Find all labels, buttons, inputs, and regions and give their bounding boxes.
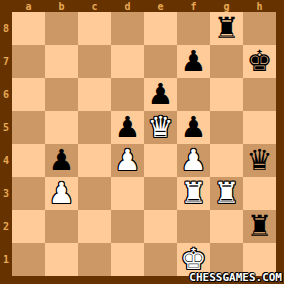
square-b8[interactable] [45,12,78,45]
black-pawn-d5[interactable]: ♟ [111,111,144,144]
square-d8[interactable] [111,12,144,45]
square-d1[interactable] [111,243,144,276]
square-g8[interactable]: ♜ [210,12,243,45]
square-h4[interactable]: ♛ [243,144,276,177]
white-pawn-f4[interactable]: ♟ [177,144,210,177]
square-c3[interactable] [78,177,111,210]
square-a1[interactable] [12,243,45,276]
square-c2[interactable] [78,210,111,243]
square-f4[interactable]: ♟ [177,144,210,177]
square-d4[interactable]: ♟ [111,144,144,177]
square-g6[interactable] [210,78,243,111]
square-b5[interactable] [45,111,78,144]
rank-label-2: 2 [0,210,12,243]
white-pawn-b3[interactable]: ♟ [45,177,78,210]
square-b2[interactable] [45,210,78,243]
chess-diagram: abcdefgh 87654321 ♜♟♚♟♟♛♟♟♟♟♛♟♜♜♜♚ CHESS… [0,0,284,284]
square-g3[interactable]: ♜ [210,177,243,210]
black-queen-h4[interactable]: ♛ [243,144,276,177]
square-e2[interactable] [144,210,177,243]
white-rook-f3[interactable]: ♜ [177,177,210,210]
square-d6[interactable] [111,78,144,111]
square-f5[interactable]: ♟ [177,111,210,144]
square-a6[interactable] [12,78,45,111]
square-g7[interactable] [210,45,243,78]
square-h3[interactable] [243,177,276,210]
chess-board: ♜♟♚♟♟♛♟♟♟♟♛♟♜♜♜♚ [12,12,276,276]
square-c1[interactable] [78,243,111,276]
square-a5[interactable] [12,111,45,144]
rank-label-1: 1 [0,243,12,276]
black-rook-g8[interactable]: ♜ [210,12,243,45]
white-queen-e5[interactable]: ♛ [144,111,177,144]
square-b1[interactable] [45,243,78,276]
square-b4[interactable]: ♟ [45,144,78,177]
white-rook-g3[interactable]: ♜ [210,177,243,210]
square-e4[interactable] [144,144,177,177]
square-a3[interactable] [12,177,45,210]
square-c4[interactable] [78,144,111,177]
square-a2[interactable] [12,210,45,243]
square-h2[interactable]: ♜ [243,210,276,243]
black-pawn-f7[interactable]: ♟ [177,45,210,78]
black-pawn-e6[interactable]: ♟ [144,78,177,111]
square-d2[interactable] [111,210,144,243]
chessgames-watermark: CHESSGAMES.COM [189,271,282,284]
square-e6[interactable]: ♟ [144,78,177,111]
square-c7[interactable] [78,45,111,78]
rank-labels: 87654321 [0,12,12,276]
square-e1[interactable] [144,243,177,276]
square-h5[interactable] [243,111,276,144]
square-h6[interactable] [243,78,276,111]
black-king-h7[interactable]: ♚ [243,45,276,78]
square-a8[interactable] [12,12,45,45]
white-pawn-d4[interactable]: ♟ [111,144,144,177]
square-g4[interactable] [210,144,243,177]
black-pawn-f5[interactable]: ♟ [177,111,210,144]
black-pawn-b4[interactable]: ♟ [45,144,78,177]
rank-label-8: 8 [0,12,12,45]
square-e3[interactable] [144,177,177,210]
square-d3[interactable] [111,177,144,210]
square-f2[interactable] [177,210,210,243]
square-d7[interactable] [111,45,144,78]
square-c5[interactable] [78,111,111,144]
square-f6[interactable] [177,78,210,111]
square-e7[interactable] [144,45,177,78]
rank-label-4: 4 [0,144,12,177]
black-rook-h2[interactable]: ♜ [243,210,276,243]
square-b6[interactable] [45,78,78,111]
square-e5[interactable]: ♛ [144,111,177,144]
square-e8[interactable] [144,12,177,45]
rank-label-5: 5 [0,111,12,144]
square-g5[interactable] [210,111,243,144]
rank-label-7: 7 [0,45,12,78]
square-g2[interactable] [210,210,243,243]
square-f8[interactable] [177,12,210,45]
square-c6[interactable] [78,78,111,111]
square-a4[interactable] [12,144,45,177]
square-h7[interactable]: ♚ [243,45,276,78]
square-h8[interactable] [243,12,276,45]
rank-label-3: 3 [0,177,12,210]
square-f3[interactable]: ♜ [177,177,210,210]
square-b3[interactable]: ♟ [45,177,78,210]
square-a7[interactable] [12,45,45,78]
square-d5[interactable]: ♟ [111,111,144,144]
square-f7[interactable]: ♟ [177,45,210,78]
square-b7[interactable] [45,45,78,78]
rank-label-6: 6 [0,78,12,111]
square-c8[interactable] [78,12,111,45]
